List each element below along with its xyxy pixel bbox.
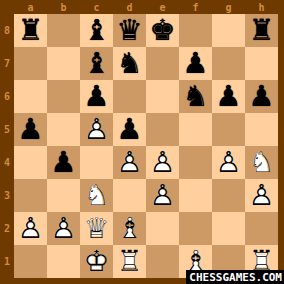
piece-black-knight: ♞ [113,47,146,80]
rank-label-7: 7 [0,47,14,80]
square-c6: ♟ [80,80,113,113]
square-g2 [212,212,245,245]
chess-board: ♜♝♛♚♜♝♞♟♟♞♟♟♟♟♙♟♟♟♙♟♙♟♙♞♘♞♘♟♙♟♙♟♙♟♙♛♕♝♗♚… [14,14,278,278]
square-b7 [47,47,80,80]
piece-glyph-outline: ♙ [146,179,179,212]
piece-black-pawn: ♟ [212,80,245,113]
square-g5 [212,113,245,146]
piece-white-pawn: ♟♙ [80,113,113,146]
piece-black-pawn: ♟ [14,113,47,146]
piece-glyph-outline: ♖ [113,245,146,278]
piece-glyph-outline: ♔ [80,245,113,278]
square-f5 [179,113,212,146]
piece-black-rook: ♜ [245,14,278,47]
square-d5: ♟ [113,113,146,146]
piece-white-knight: ♞♘ [245,146,278,179]
piece-white-pawn: ♟♙ [14,212,47,245]
square-a3 [14,179,47,212]
rank-label-1: 1 [0,245,14,278]
piece-glyph-outline: ♙ [245,179,278,212]
piece-glyph-outline: ♕ [80,212,113,245]
square-h6: ♟ [245,80,278,113]
square-b1 [47,245,80,278]
square-c7: ♝ [80,47,113,80]
square-g8 [212,14,245,47]
square-d3 [113,179,146,212]
square-d8: ♛ [113,14,146,47]
square-e5 [146,113,179,146]
square-g4: ♟♙ [212,146,245,179]
square-h4: ♞♘ [245,146,278,179]
piece-white-pawn: ♟♙ [146,179,179,212]
rank-label-2: 2 [0,212,14,245]
square-f3 [179,179,212,212]
piece-white-pawn: ♟♙ [113,146,146,179]
square-f6: ♞ [179,80,212,113]
piece-black-bishop: ♝ [80,14,113,47]
square-a5: ♟ [14,113,47,146]
piece-black-pawn: ♟ [245,80,278,113]
piece-glyph-outline: ♙ [212,146,245,179]
file-label-a: a [14,0,47,14]
square-f2 [179,212,212,245]
square-f7: ♟ [179,47,212,80]
piece-white-rook: ♜♖ [113,245,146,278]
piece-white-knight: ♞♘ [80,179,113,212]
square-b2: ♟♙ [47,212,80,245]
piece-white-pawn: ♟♙ [47,212,80,245]
file-label-g: g [212,0,245,14]
rank-label-5: 5 [0,113,14,146]
rank-label-6: 6 [0,80,14,113]
piece-black-pawn: ♟ [113,113,146,146]
square-b4: ♟ [47,146,80,179]
square-h7 [245,47,278,80]
square-h5 [245,113,278,146]
file-labels: abcdefgh [14,0,278,14]
piece-black-pawn: ♟ [80,80,113,113]
square-a2: ♟♙ [14,212,47,245]
square-h8: ♜ [245,14,278,47]
square-e3: ♟♙ [146,179,179,212]
square-b6 [47,80,80,113]
piece-glyph-outline: ♘ [245,146,278,179]
square-a6 [14,80,47,113]
piece-glyph-outline: ♙ [14,212,47,245]
file-label-f: f [179,0,212,14]
piece-white-pawn: ♟♙ [212,146,245,179]
chess-diagram: abcdefgh 87654321 ♜♝♛♚♜♝♞♟♟♞♟♟♟♟♙♟♟♟♙♟♙♟… [0,0,284,284]
piece-white-queen: ♛♕ [80,212,113,245]
piece-white-pawn: ♟♙ [146,146,179,179]
square-d6 [113,80,146,113]
piece-white-king: ♚♔ [80,245,113,278]
square-d1: ♜♖ [113,245,146,278]
square-a7 [14,47,47,80]
piece-black-king: ♚ [146,14,179,47]
file-label-d: d [113,0,146,14]
square-e8: ♚ [146,14,179,47]
square-e6 [146,80,179,113]
piece-black-knight: ♞ [179,80,212,113]
piece-glyph-outline: ♙ [80,113,113,146]
piece-black-bishop: ♝ [80,47,113,80]
chessgames-watermark: CHESSGAMES.COM [186,270,284,284]
square-a1 [14,245,47,278]
square-d4: ♟♙ [113,146,146,179]
piece-glyph-outline: ♙ [47,212,80,245]
file-label-h: h [245,0,278,14]
rank-label-3: 3 [0,179,14,212]
square-h2 [245,212,278,245]
square-c3: ♞♘ [80,179,113,212]
square-b3 [47,179,80,212]
square-e2 [146,212,179,245]
piece-glyph-outline: ♘ [80,179,113,212]
square-b8 [47,14,80,47]
file-label-e: e [146,0,179,14]
rank-label-4: 4 [0,146,14,179]
piece-glyph-outline: ♗ [113,212,146,245]
piece-black-pawn: ♟ [47,146,80,179]
piece-white-pawn: ♟♙ [245,179,278,212]
square-b5 [47,113,80,146]
square-e4: ♟♙ [146,146,179,179]
square-e7 [146,47,179,80]
piece-black-rook: ♜ [14,14,47,47]
piece-black-pawn: ♟ [179,47,212,80]
square-g3 [212,179,245,212]
piece-glyph-outline: ♙ [113,146,146,179]
piece-glyph-outline: ♙ [146,146,179,179]
square-a4 [14,146,47,179]
square-e1 [146,245,179,278]
piece-white-bishop: ♝♗ [113,212,146,245]
file-label-b: b [47,0,80,14]
square-d7: ♞ [113,47,146,80]
square-f4 [179,146,212,179]
square-d2: ♝♗ [113,212,146,245]
square-c5: ♟♙ [80,113,113,146]
rank-label-8: 8 [0,14,14,47]
piece-black-queen: ♛ [113,14,146,47]
square-f8 [179,14,212,47]
square-g7 [212,47,245,80]
file-label-c: c [80,0,113,14]
square-h3: ♟♙ [245,179,278,212]
rank-labels: 87654321 [0,14,14,278]
square-c2: ♛♕ [80,212,113,245]
square-a8: ♜ [14,14,47,47]
square-c8: ♝ [80,14,113,47]
square-g6: ♟ [212,80,245,113]
square-c4 [80,146,113,179]
square-c1: ♚♔ [80,245,113,278]
